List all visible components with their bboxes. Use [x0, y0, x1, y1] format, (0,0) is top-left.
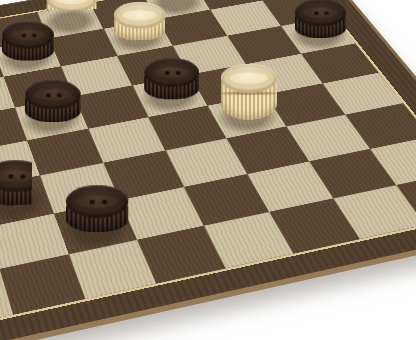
dark-checker[interactable] — [66, 185, 129, 232]
dark-checker[interactable] — [2, 22, 54, 61]
checker-top-face — [221, 64, 277, 93]
square-r8c7[interactable] — [334, 185, 416, 239]
checker-top-face — [144, 58, 199, 86]
checker-top-face — [295, 0, 347, 26]
dark-checker[interactable] — [0, 160, 46, 206]
checkers-board — [0, 0, 416, 340]
inlay-line-border — [0, 0, 416, 334]
dark-checker[interactable] — [144, 58, 199, 99]
light-king-checker[interactable] — [221, 64, 277, 120]
checker-top-face — [25, 80, 81, 109]
product-photo-canvas — [0, 0, 416, 340]
dark-checker[interactable] — [25, 80, 81, 122]
light-checker[interactable] — [114, 2, 165, 41]
board-grid — [0, 0, 416, 331]
dark-checker[interactable] — [295, 0, 347, 38]
checker-top-face — [66, 185, 129, 217]
light-checker[interactable] — [46, 0, 96, 24]
